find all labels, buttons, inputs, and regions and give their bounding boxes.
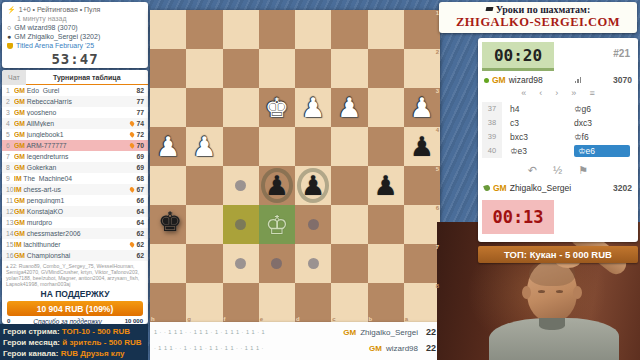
trophy-icon bbox=[7, 43, 13, 49]
white-pawn[interactable]: ♟ bbox=[192, 133, 216, 160]
square-e4[interactable] bbox=[259, 127, 295, 166]
white-move[interactable]: ♔e3 bbox=[502, 146, 566, 156]
game-mode: 1+0 • Рейтинговая • Пуля bbox=[19, 5, 101, 14]
donation-button[interactable]: 10 904 RUB (109%) bbox=[7, 301, 143, 316]
square-c3[interactable]: ♟ bbox=[331, 88, 367, 127]
standing-score: 72 bbox=[136, 131, 144, 138]
square-b7[interactable] bbox=[368, 244, 404, 283]
score-strip: · 1 1 1 · · 1 · 1 1 · 1 1 · 1 1 · · 1 1 … bbox=[154, 345, 369, 351]
online-dot-icon bbox=[484, 78, 489, 83]
first-move-icon[interactable]: « bbox=[521, 88, 526, 98]
standings-row[interactable]: 13GM murdpro64 bbox=[2, 217, 148, 228]
standings-row[interactable]: 11GM penguingm166 bbox=[2, 195, 148, 206]
standing-player: GM ARM-777777 bbox=[14, 142, 130, 149]
standing-score: 66 bbox=[136, 197, 144, 204]
move-row: 40♔e3♔e6 bbox=[482, 144, 634, 158]
standings-row[interactable]: 7GM legendreturns69 bbox=[2, 151, 148, 162]
rank-label: 3 bbox=[436, 88, 439, 94]
next-move-icon[interactable]: › bbox=[555, 88, 558, 98]
standing-rank: 12 bbox=[6, 208, 14, 215]
rank-label: 1 bbox=[436, 10, 439, 16]
support-header: НА ПОДДЕРЖКУ bbox=[2, 287, 148, 299]
move-list: 37h4♔g638c3dxc339bxc3♔f640♔e3♔e6 bbox=[482, 102, 634, 158]
standing-player: IM The_Machine04 bbox=[14, 175, 136, 182]
black-move[interactable]: ♔e6 bbox=[574, 145, 630, 157]
square-h1[interactable] bbox=[150, 10, 186, 49]
square-c5[interactable] bbox=[331, 166, 367, 205]
square-g5[interactable] bbox=[186, 166, 222, 205]
gm-tag: GM bbox=[493, 183, 507, 193]
standing-score: 70 bbox=[136, 142, 144, 149]
move-number: 37 bbox=[482, 102, 502, 116]
square-e8[interactable]: e bbox=[259, 283, 295, 322]
square-b8[interactable]: b bbox=[368, 283, 404, 322]
game-number: #21 bbox=[613, 48, 630, 59]
black-king-dragged[interactable]: ♚ bbox=[158, 208, 182, 235]
black-pawn[interactable]: ♟ bbox=[374, 172, 398, 199]
square-g8[interactable]: g bbox=[186, 283, 222, 322]
white-pawn[interactable]: ♟ bbox=[301, 94, 325, 121]
square-e7[interactable] bbox=[259, 244, 295, 283]
standing-rank: 15 bbox=[6, 241, 14, 248]
streamer-ear bbox=[573, 286, 582, 299]
score-row-white[interactable]: · 1 1 1 · · 1 · 1 1 · 1 1 · 1 1 · · 1 1 … bbox=[154, 340, 436, 356]
square-d8[interactable]: d bbox=[295, 283, 331, 322]
streamer-leaf-icon bbox=[483, 184, 491, 192]
rank-label: 8 bbox=[436, 283, 439, 289]
standing-score: 64 bbox=[136, 208, 144, 215]
white-pawn[interactable]: ♟ bbox=[410, 94, 434, 121]
gm-tag: GM bbox=[343, 328, 356, 337]
standing-score: 69 bbox=[136, 164, 144, 171]
standing-score: 67 bbox=[136, 186, 144, 193]
standing-player: GM legendreturns bbox=[14, 153, 136, 160]
rank-label: 6 bbox=[436, 205, 439, 211]
move-number: 38 bbox=[482, 116, 502, 130]
standing-rank: 2 bbox=[6, 98, 14, 105]
move-number: 39 bbox=[482, 130, 502, 144]
square-a5[interactable]: 5 bbox=[404, 166, 440, 205]
standing-player: GM penguingm1 bbox=[14, 197, 136, 204]
square-g1[interactable] bbox=[186, 10, 222, 49]
standing-player: GM Championshai bbox=[14, 252, 136, 259]
standing-score: 68 bbox=[136, 175, 144, 182]
square-f7[interactable] bbox=[223, 244, 259, 283]
square-b6[interactable] bbox=[368, 205, 404, 244]
prev-move-icon[interactable]: ‹ bbox=[539, 88, 542, 98]
tournament-row[interactable]: Titled Arena February '25 bbox=[7, 41, 143, 50]
standing-player: GM chessmaster2006 bbox=[14, 230, 136, 237]
spectators-list: ▴ 22: Ruano89, Combo_Y_Sergey_75, Wessel… bbox=[2, 261, 148, 287]
takeback-icon[interactable]: ↶ bbox=[528, 164, 537, 177]
standing-score: 69 bbox=[136, 153, 144, 160]
rank-label: 2 bbox=[436, 49, 439, 55]
standing-player: GM Gokerkan bbox=[14, 164, 136, 171]
standing-player: GM AllMyken bbox=[14, 120, 130, 127]
black-pawn[interactable]: ♟ bbox=[301, 172, 325, 199]
black-clock: 00:13 bbox=[482, 200, 554, 234]
black-move[interactable]: ♔f6 bbox=[566, 132, 630, 142]
standing-rank: 3 bbox=[6, 109, 14, 116]
white-clock-progress bbox=[482, 68, 554, 71]
streamer-ear bbox=[522, 286, 531, 299]
square-f6[interactable] bbox=[223, 205, 259, 244]
signal-icon bbox=[575, 75, 582, 85]
standing-score: 62 bbox=[136, 230, 144, 237]
rank-label: 4 bbox=[436, 127, 439, 133]
tournament-link: Titled Arena February '25 bbox=[16, 41, 94, 50]
square-a6[interactable]: 6 bbox=[404, 205, 440, 244]
file-label: b bbox=[369, 316, 373, 322]
square-e6[interactable]: ♔ bbox=[259, 205, 295, 244]
square-h8[interactable]: h bbox=[150, 283, 186, 322]
standing-player: GM RebeccaHarris bbox=[14, 98, 136, 105]
white-king[interactable]: ♚ bbox=[265, 94, 289, 121]
square-h7[interactable] bbox=[150, 244, 186, 283]
square-h6[interactable]: ♚ bbox=[150, 205, 186, 244]
game-mode-row: ⚡ 1+0 • Рейтинговая • Пуля bbox=[7, 5, 143, 14]
square-f1[interactable] bbox=[223, 10, 259, 49]
file-label: c bbox=[332, 316, 335, 322]
square-b3[interactable] bbox=[368, 88, 404, 127]
standing-score: 62 bbox=[136, 252, 144, 259]
white-player-panel-row[interactable]: GM wizard98 3070 bbox=[484, 74, 632, 86]
square-e2[interactable] bbox=[259, 49, 295, 88]
file-label: d bbox=[296, 316, 300, 322]
square-a1[interactable]: 1 bbox=[404, 10, 440, 49]
standings-list: 1GM Edo_Gurel822GM RebeccaHarris773GM yo… bbox=[2, 85, 148, 261]
lessons-banner[interactable]: Уроки по шахматам: ZHIGALKO-SERGEI.COM bbox=[439, 2, 637, 33]
banner-line1: Уроки по шахматам: bbox=[439, 4, 637, 15]
standings-row[interactable]: 14GM chessmaster200662 bbox=[2, 228, 148, 239]
score-player-name: wizard98 bbox=[386, 344, 418, 353]
square-h2[interactable] bbox=[150, 49, 186, 88]
file-label: h bbox=[151, 316, 155, 322]
menu-icon[interactable]: ≡ bbox=[589, 88, 594, 98]
black-king-ghost[interactable]: ♔ bbox=[265, 212, 288, 238]
white-color-icon: ○ bbox=[7, 23, 11, 32]
white-move[interactable]: h4 bbox=[502, 104, 566, 114]
square-d6[interactable] bbox=[295, 205, 331, 244]
standings-row[interactable]: 6GM ARM-77777770 bbox=[2, 140, 148, 151]
shirt-collar bbox=[539, 318, 565, 330]
black-move[interactable]: ♔g6 bbox=[566, 104, 630, 114]
move-row: 37h4♔g6 bbox=[482, 102, 634, 116]
square-c2[interactable] bbox=[331, 49, 367, 88]
white-move[interactable]: c3 bbox=[502, 118, 566, 128]
standing-score: 77 bbox=[136, 98, 144, 105]
file-label: a bbox=[405, 316, 408, 322]
score-player-name: Zhigalko_Sergei bbox=[360, 328, 418, 337]
square-g7[interactable] bbox=[186, 244, 222, 283]
standings-row[interactable]: 2GM RebeccaHarris77 bbox=[2, 96, 148, 107]
tab-chat[interactable]: Чат bbox=[2, 70, 26, 85]
square-g6[interactable] bbox=[186, 205, 222, 244]
webcam-video bbox=[437, 222, 640, 360]
white-clock: 00:20 bbox=[482, 42, 554, 68]
standings-row[interactable]: 8GM Gokerkan69 bbox=[2, 162, 148, 173]
game-ago: 1 минуту назад bbox=[7, 14, 143, 23]
score-points: 22 bbox=[422, 343, 436, 353]
file-label: f bbox=[224, 316, 226, 322]
rank-label: 7 bbox=[436, 244, 439, 250]
standings-row[interactable]: 16GM Championshai62 bbox=[2, 250, 148, 261]
square-d1[interactable] bbox=[295, 10, 331, 49]
square-a4[interactable]: ♟4 bbox=[404, 127, 440, 166]
standing-score: 74 bbox=[136, 120, 144, 127]
black-player-panel-row[interactable]: GM Zhigalko_Sergei 3202 bbox=[484, 182, 632, 194]
square-a3[interactable]: ♟3 bbox=[404, 88, 440, 127]
panel-tabs: Чат Турнирная таблица bbox=[2, 70, 148, 85]
square-d3[interactable]: ♟ bbox=[295, 88, 331, 127]
tournament-timer: 53:47 bbox=[7, 51, 143, 67]
white-pawn[interactable]: ♟ bbox=[156, 133, 180, 160]
square-c6[interactable] bbox=[331, 205, 367, 244]
standing-rank: 16 bbox=[6, 252, 14, 259]
square-b2[interactable] bbox=[368, 49, 404, 88]
standings-row[interactable]: 9IM The_Machine0468 bbox=[2, 173, 148, 184]
bullet-icon: ⚡ bbox=[7, 5, 16, 14]
gm-tag: GM bbox=[369, 344, 382, 353]
black-move[interactable]: dxc3 bbox=[566, 118, 630, 128]
standings-row[interactable]: 10IM chess-art-us67 bbox=[2, 184, 148, 195]
standing-player: IM lachithunder bbox=[14, 241, 130, 248]
standing-rank: 8 bbox=[6, 164, 14, 171]
standings-row[interactable]: 4GM AllMyken74 bbox=[2, 118, 148, 129]
square-c4[interactable] bbox=[331, 127, 367, 166]
heroes-row-month: Герои месяца: й зритель - 500 RUB bbox=[3, 337, 145, 348]
square-b4[interactable] bbox=[368, 127, 404, 166]
square-a8[interactable]: a8 bbox=[404, 283, 440, 322]
standing-player: GM KonstajaKO bbox=[14, 208, 136, 215]
standing-player: GM junglebook1 bbox=[14, 131, 130, 138]
tab-standings[interactable]: Турнирная таблица bbox=[26, 70, 148, 85]
standing-rank: 5 bbox=[6, 131, 14, 138]
game-panel: 00:20 #21 GM wizard98 3070 «‹›»≡ 37h4♔g6… bbox=[478, 38, 638, 242]
move-number: 40 bbox=[482, 144, 502, 158]
chess-board[interactable]: 12♚♟♟♟3♟♟♟4♟♟♟5♚♔67hgfedcba8 bbox=[150, 10, 440, 322]
heroes-footer: Герои стрима: ТОП-10 - 500 RUB Герои мес… bbox=[0, 324, 148, 360]
standing-rank: 6 bbox=[6, 142, 14, 149]
white-player-line: GM wizard98 (3070) bbox=[14, 23, 77, 32]
standing-rank: 10 bbox=[6, 186, 14, 193]
move-row: 39bxc3♔f6 bbox=[482, 130, 634, 144]
streamer-eye bbox=[538, 290, 545, 293]
square-b5[interactable]: ♟ bbox=[368, 166, 404, 205]
black-name: Zhigalko_Sergei bbox=[510, 183, 571, 193]
square-d2[interactable] bbox=[295, 49, 331, 88]
square-b1[interactable] bbox=[368, 10, 404, 49]
square-g4[interactable]: ♟ bbox=[186, 127, 222, 166]
square-d5[interactable]: ♟ bbox=[295, 166, 331, 205]
standing-player: GM Edo_Gurel bbox=[14, 87, 136, 94]
square-e5[interactable]: ♟ bbox=[259, 166, 295, 205]
standing-rank: 14 bbox=[6, 230, 14, 237]
resign-flag-icon[interactable]: ⚑ bbox=[578, 164, 588, 177]
square-c7[interactable] bbox=[331, 244, 367, 283]
standing-score: 62 bbox=[136, 241, 144, 248]
standings-row[interactable]: 1GM Edo_Gurel82 bbox=[2, 85, 148, 96]
game-action-row: ↶½⚑ bbox=[478, 164, 638, 177]
score-points: 22 bbox=[422, 327, 436, 337]
graduation-cap-icon bbox=[485, 7, 493, 11]
standing-score: 64 bbox=[136, 219, 144, 226]
square-d7[interactable] bbox=[295, 244, 331, 283]
move-row: 38c3dxc3 bbox=[482, 116, 634, 130]
square-h5[interactable] bbox=[150, 166, 186, 205]
standings-row[interactable]: 3GM yoosheno77 bbox=[2, 107, 148, 118]
standings-row[interactable]: 15IM lachithunder62 bbox=[2, 239, 148, 250]
move-nav-row: «‹›»≡ bbox=[478, 88, 638, 98]
stream-layout: ⚡ 1+0 • Рейтинговая • Пуля 1 минуту наза… bbox=[0, 0, 640, 360]
black-player-line: GM Zhigalko_Sergei (3202) bbox=[14, 32, 100, 41]
square-e3[interactable]: ♚ bbox=[259, 88, 295, 127]
square-a7[interactable]: 7 bbox=[404, 244, 440, 283]
square-f3[interactable] bbox=[223, 88, 259, 127]
heroes-row-channel: Герои канала: RUB Друзья клу bbox=[3, 348, 145, 359]
banner-site-link: ZHIGALKO-SERGEI.COM bbox=[439, 15, 637, 30]
square-h4[interactable]: ♟ bbox=[150, 127, 186, 166]
square-f8[interactable]: f bbox=[223, 283, 259, 322]
file-label: g bbox=[187, 316, 191, 322]
standing-score: 77 bbox=[136, 109, 144, 116]
score-strip: 1 · · 1 1 1 · · 1 1 1 · 1 · 1 1 1 · 1 1 … bbox=[154, 329, 343, 335]
square-f2[interactable] bbox=[223, 49, 259, 88]
square-c8[interactable]: c bbox=[331, 283, 367, 322]
white-name: wizard98 bbox=[509, 75, 543, 85]
white-move[interactable]: bxc3 bbox=[502, 132, 566, 142]
standing-rank: 1 bbox=[6, 87, 14, 94]
standing-score: 82 bbox=[136, 87, 144, 94]
black-rating: 3202 bbox=[613, 183, 632, 193]
square-e1[interactable] bbox=[259, 10, 295, 49]
white-rating: 3070 bbox=[613, 75, 632, 85]
standing-player: GM murdpro bbox=[14, 219, 136, 226]
square-c1[interactable] bbox=[331, 10, 367, 49]
square-f4[interactable] bbox=[223, 127, 259, 166]
black-pawn[interactable]: ♟ bbox=[265, 172, 289, 199]
square-d4[interactable] bbox=[295, 127, 331, 166]
score-row-black[interactable]: 1 · · 1 1 1 · · 1 1 1 · 1 · 1 1 1 · 1 1 … bbox=[154, 324, 436, 340]
rank-label: 5 bbox=[436, 166, 439, 172]
standing-rank: 13 bbox=[6, 219, 14, 226]
draw-offer-icon[interactable]: ½ bbox=[553, 164, 562, 177]
heroes-row-stream: Герои стрима: ТОП-10 - 500 RUB bbox=[3, 326, 145, 337]
white-pawn[interactable]: ♟ bbox=[337, 94, 361, 121]
standings-row[interactable]: 5GM junglebook172 bbox=[2, 129, 148, 140]
standing-rank: 11 bbox=[6, 197, 14, 204]
white-player-row[interactable]: ○ GM wizard98 (3070) bbox=[7, 23, 143, 32]
arena-score-sheet: 1 · · 1 1 1 · · 1 1 1 · 1 · 1 1 1 · 1 1 … bbox=[150, 322, 440, 360]
standing-rank: 4 bbox=[6, 120, 14, 127]
square-f5[interactable] bbox=[223, 166, 259, 205]
streamer-eye bbox=[556, 290, 563, 293]
black-color-icon: ● bbox=[7, 32, 11, 41]
black-player-row[interactable]: ● GM Zhigalko_Sergei (3202) bbox=[7, 32, 143, 41]
standing-player: IM chess-art-us bbox=[14, 186, 130, 193]
black-pawn[interactable]: ♟ bbox=[410, 133, 434, 160]
square-g2[interactable] bbox=[186, 49, 222, 88]
square-g3[interactable] bbox=[186, 88, 222, 127]
standing-player: GM yoosheno bbox=[14, 109, 136, 116]
gm-tag: GM bbox=[492, 75, 506, 85]
standings-row[interactable]: 12GM KonstajaKO64 bbox=[2, 206, 148, 217]
standing-rank: 9 bbox=[6, 175, 14, 182]
file-label: e bbox=[260, 316, 263, 322]
square-a2[interactable]: 2 bbox=[404, 49, 440, 88]
square-h3[interactable] bbox=[150, 88, 186, 127]
last-move-icon[interactable]: » bbox=[571, 88, 576, 98]
game-info-card: ⚡ 1+0 • Рейтинговая • Пуля 1 минуту наза… bbox=[2, 2, 148, 68]
top-donor-bar: ТОП: Кукан - 5 000 RUB bbox=[478, 246, 638, 263]
standing-rank: 7 bbox=[6, 153, 14, 160]
tournament-panel: Чат Турнирная таблица 1GM Edo_Gurel822GM… bbox=[2, 70, 148, 324]
